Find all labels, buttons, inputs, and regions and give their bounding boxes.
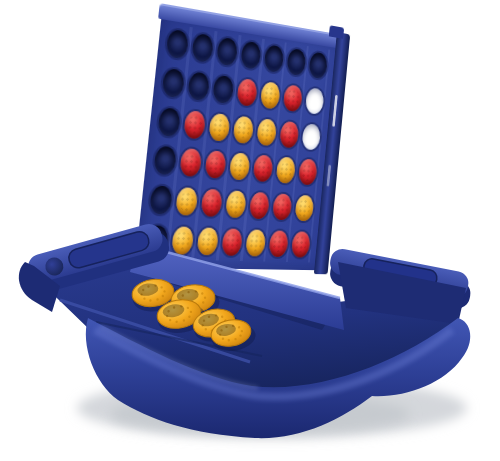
rail-highlight — [327, 165, 332, 187]
yellow-loose-disc — [170, 282, 221, 320]
red-disc — [184, 110, 207, 140]
board-cell — [295, 153, 320, 191]
board-cell — [298, 118, 323, 156]
ground-shadow — [77, 378, 467, 438]
rail-highlight — [332, 95, 337, 126]
tray-right-rim — [326, 247, 474, 311]
red-disc — [205, 150, 227, 179]
red-disc — [291, 231, 311, 257]
left-rim-dimple — [43, 255, 65, 277]
yellow-disc — [171, 226, 194, 255]
red-disc — [201, 189, 223, 217]
red-disc — [268, 230, 289, 257]
right-disc-trough — [362, 257, 438, 288]
empty-hole — [150, 185, 174, 214]
see-through-hole — [305, 87, 325, 115]
yellow-disc — [245, 229, 266, 256]
red-disc — [279, 120, 299, 148]
board-cell — [302, 82, 327, 120]
red-disc — [252, 155, 273, 183]
yellow-disc — [229, 153, 251, 181]
empty-hole — [212, 75, 234, 104]
red-disc — [180, 148, 203, 177]
red-disc — [272, 193, 293, 220]
yellow-loose-disc — [209, 316, 258, 354]
product-photo — [0, 0, 500, 461]
yellow-disc — [256, 118, 277, 146]
red-disc — [236, 78, 257, 107]
yellow-disc — [225, 190, 247, 218]
empty-hole — [216, 37, 238, 67]
red-disc — [249, 192, 270, 220]
empty-hole — [145, 225, 169, 254]
board-grid — [142, 23, 330, 262]
yellow-loose-disc — [130, 276, 180, 314]
board-cell — [291, 189, 316, 226]
yellow-disc — [197, 227, 220, 255]
empty-hole — [263, 45, 284, 74]
empty-hole — [166, 29, 189, 60]
empty-hole — [308, 52, 328, 80]
empty-hole — [154, 146, 178, 176]
yellow-disc — [260, 81, 281, 109]
empty-hole — [286, 48, 306, 76]
empty-hole — [162, 68, 186, 98]
yellow-disc — [208, 112, 230, 141]
loose-discs — [130, 276, 257, 354]
yellow-disc — [275, 157, 295, 184]
red-disc — [282, 84, 302, 112]
see-through-hole — [301, 123, 321, 150]
yellow-loose-disc — [191, 305, 243, 346]
yellow-disc — [294, 195, 314, 222]
board-cell — [288, 226, 313, 263]
yellow-disc — [233, 115, 255, 144]
yellow-loose-disc — [155, 296, 208, 337]
empty-hole — [158, 107, 182, 137]
board-hinge-tab — [329, 25, 344, 39]
yellow-disc — [175, 187, 198, 216]
empty-hole — [240, 41, 261, 70]
tray-left-corner — [19, 262, 60, 312]
tray-front-bumper — [86, 318, 470, 438]
connect-four-board — [135, 10, 345, 270]
empty-hole — [188, 71, 211, 101]
board-cell — [305, 46, 330, 85]
red-disc — [298, 159, 318, 186]
empty-hole — [192, 33, 215, 63]
red-disc — [221, 228, 243, 256]
